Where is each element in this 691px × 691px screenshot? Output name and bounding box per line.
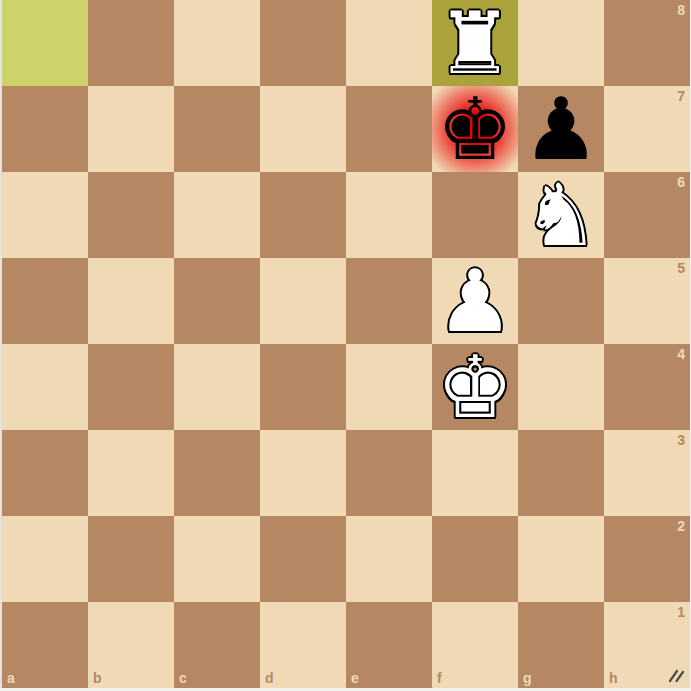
square-g5[interactable] (518, 258, 604, 344)
square-e5[interactable] (346, 258, 432, 344)
square-h3[interactable]: 3 (604, 430, 690, 516)
coord-rank-5: 5 (677, 261, 685, 275)
square-a3[interactable] (2, 430, 88, 516)
square-b8[interactable] (88, 0, 174, 86)
square-h4[interactable]: 4 (604, 344, 690, 430)
square-b7[interactable] (88, 86, 174, 172)
square-a2[interactable] (2, 516, 88, 602)
square-h7[interactable]: 7 (604, 86, 690, 172)
coord-file-c: c (179, 671, 187, 685)
square-d2[interactable] (260, 516, 346, 602)
square-g3[interactable] (518, 430, 604, 516)
white-rook[interactable]: ♜ (436, 0, 513, 86)
coord-rank-2: 2 (677, 519, 685, 533)
black-pawn[interactable]: ♟ (522, 86, 599, 172)
coord-rank-4: 4 (677, 347, 685, 361)
square-f4[interactable]: ♚ (432, 344, 518, 430)
square-g4[interactable] (518, 344, 604, 430)
white-king[interactable]: ♚ (436, 344, 513, 430)
square-h5[interactable]: 5 (604, 258, 690, 344)
square-f6[interactable] (432, 172, 518, 258)
square-h6[interactable]: 6 (604, 172, 690, 258)
square-g2[interactable] (518, 516, 604, 602)
coord-rank-8: 8 (677, 3, 685, 17)
square-c2[interactable] (174, 516, 260, 602)
white-pawn[interactable]: ♟ (436, 258, 513, 344)
square-g6[interactable]: ♞ (518, 172, 604, 258)
coord-rank-6: 6 (677, 175, 685, 189)
coord-rank-1: 1 (677, 605, 685, 619)
coord-file-g: g (523, 671, 532, 685)
square-c3[interactable] (174, 430, 260, 516)
coord-file-e: e (351, 671, 359, 685)
square-a1[interactable]: a (2, 602, 88, 688)
square-e1[interactable]: e (346, 602, 432, 688)
square-c4[interactable] (174, 344, 260, 430)
square-g8[interactable] (518, 0, 604, 86)
square-c6[interactable] (174, 172, 260, 258)
square-b4[interactable] (88, 344, 174, 430)
black-king[interactable]: ♚ (436, 86, 513, 172)
square-g1[interactable]: g (518, 602, 604, 688)
coord-file-h: h (609, 671, 618, 685)
square-d7[interactable] (260, 86, 346, 172)
square-a6[interactable] (2, 172, 88, 258)
square-f7[interactable]: ♚ (432, 86, 518, 172)
white-knight[interactable]: ♞ (522, 172, 599, 258)
coord-rank-7: 7 (677, 89, 685, 103)
coord-file-a: a (7, 671, 15, 685)
square-h8[interactable]: 8 (604, 0, 690, 86)
square-e8[interactable] (346, 0, 432, 86)
coord-file-d: d (265, 671, 274, 685)
square-a8[interactable] (2, 0, 88, 86)
square-e4[interactable] (346, 344, 432, 430)
square-d3[interactable] (260, 430, 346, 516)
square-c1[interactable]: c (174, 602, 260, 688)
square-e7[interactable] (346, 86, 432, 172)
square-h2[interactable]: 2 (604, 516, 690, 602)
square-e6[interactable] (346, 172, 432, 258)
square-b5[interactable] (88, 258, 174, 344)
chess-board: ♜8♚♟7♞6♟5♚432abcdefgh1 (2, 0, 690, 688)
coord-rank-3: 3 (677, 433, 685, 447)
square-d4[interactable] (260, 344, 346, 430)
square-g7[interactable]: ♟ (518, 86, 604, 172)
square-d8[interactable] (260, 0, 346, 86)
square-d5[interactable] (260, 258, 346, 344)
square-d1[interactable]: d (260, 602, 346, 688)
square-f3[interactable] (432, 430, 518, 516)
square-e3[interactable] (346, 430, 432, 516)
square-b1[interactable]: b (88, 602, 174, 688)
square-c8[interactable] (174, 0, 260, 86)
square-d6[interactable] (260, 172, 346, 258)
square-f8[interactable]: ♜ (432, 0, 518, 86)
square-b3[interactable] (88, 430, 174, 516)
square-c7[interactable] (174, 86, 260, 172)
square-e2[interactable] (346, 516, 432, 602)
square-f2[interactable] (432, 516, 518, 602)
square-f1[interactable]: f (432, 602, 518, 688)
square-f5[interactable]: ♟ (432, 258, 518, 344)
coord-file-b: b (93, 671, 102, 685)
coord-file-f: f (437, 671, 442, 685)
square-a7[interactable] (2, 86, 88, 172)
square-b6[interactable] (88, 172, 174, 258)
square-b2[interactable] (88, 516, 174, 602)
square-a5[interactable] (2, 258, 88, 344)
square-c5[interactable] (174, 258, 260, 344)
square-a4[interactable] (2, 344, 88, 430)
board-resize-handle-icon[interactable] (666, 664, 686, 684)
